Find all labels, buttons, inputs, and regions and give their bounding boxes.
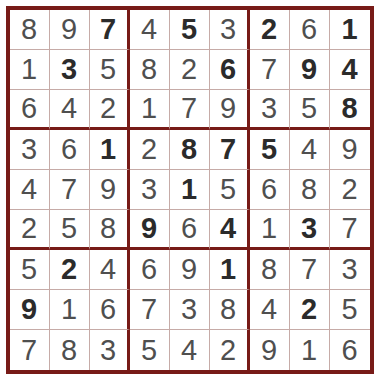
cell-r7c5[interactable]: 9: [170, 250, 210, 290]
cell-r5c4[interactable]: 3: [130, 170, 170, 210]
cell-r7c6[interactable]: 1: [210, 250, 250, 290]
cell-r4c5[interactable]: 8: [170, 130, 210, 170]
cell-r6c9[interactable]: 7: [330, 210, 370, 250]
cell-r9c7[interactable]: 9: [250, 330, 290, 370]
cell-r9c3[interactable]: 3: [90, 330, 130, 370]
cell-r1c5[interactable]: 5: [170, 10, 210, 50]
cell-r3c8[interactable]: 5: [290, 90, 330, 130]
cell-r2c8[interactable]: 9: [290, 50, 330, 90]
cell-r7c9[interactable]: 3: [330, 250, 370, 290]
cell-r1c7[interactable]: 2: [250, 10, 290, 50]
cell-r3c5[interactable]: 7: [170, 90, 210, 130]
cell-r2c9[interactable]: 4: [330, 50, 370, 90]
cell-r5c8[interactable]: 8: [290, 170, 330, 210]
cell-r8c5[interactable]: 3: [170, 290, 210, 330]
cell-r9c2[interactable]: 8: [50, 330, 90, 370]
cell-r5c9[interactable]: 2: [330, 170, 370, 210]
cell-r4c2[interactable]: 6: [50, 130, 90, 170]
cell-r4c3[interactable]: 1: [90, 130, 130, 170]
cell-r7c1[interactable]: 5: [10, 250, 50, 290]
cell-r3c9[interactable]: 8: [330, 90, 370, 130]
cell-r8c9[interactable]: 5: [330, 290, 370, 330]
cell-r3c7[interactable]: 3: [250, 90, 290, 130]
cell-r1c4[interactable]: 4: [130, 10, 170, 50]
cell-r6c1[interactable]: 2: [10, 210, 50, 250]
cell-r4c8[interactable]: 4: [290, 130, 330, 170]
cell-r5c6[interactable]: 5: [210, 170, 250, 210]
cell-r9c8[interactable]: 1: [290, 330, 330, 370]
cell-r6c5[interactable]: 6: [170, 210, 210, 250]
sudoku-board: 8974532611358267946421793583612875494793…: [6, 6, 374, 374]
cell-r7c4[interactable]: 6: [130, 250, 170, 290]
cell-r8c4[interactable]: 7: [130, 290, 170, 330]
cell-r5c1[interactable]: 4: [10, 170, 50, 210]
cell-r8c2[interactable]: 1: [50, 290, 90, 330]
cell-r2c6[interactable]: 6: [210, 50, 250, 90]
cell-r1c6[interactable]: 3: [210, 10, 250, 50]
cell-r6c4[interactable]: 9: [130, 210, 170, 250]
cell-r9c5[interactable]: 4: [170, 330, 210, 370]
cell-r9c6[interactable]: 2: [210, 330, 250, 370]
cell-r5c2[interactable]: 7: [50, 170, 90, 210]
cell-r7c7[interactable]: 8: [250, 250, 290, 290]
cell-r4c7[interactable]: 5: [250, 130, 290, 170]
cell-r1c2[interactable]: 9: [50, 10, 90, 50]
cell-r2c3[interactable]: 5: [90, 50, 130, 90]
cell-r9c9[interactable]: 6: [330, 330, 370, 370]
cell-r8c7[interactable]: 4: [250, 290, 290, 330]
cell-r2c5[interactable]: 2: [170, 50, 210, 90]
cell-r5c7[interactable]: 6: [250, 170, 290, 210]
cell-r7c3[interactable]: 4: [90, 250, 130, 290]
cell-r6c8[interactable]: 3: [290, 210, 330, 250]
cell-r2c7[interactable]: 7: [250, 50, 290, 90]
cell-r9c4[interactable]: 5: [130, 330, 170, 370]
cell-r2c2[interactable]: 3: [50, 50, 90, 90]
cell-r1c9[interactable]: 1: [330, 10, 370, 50]
cell-r6c7[interactable]: 1: [250, 210, 290, 250]
cell-r2c4[interactable]: 8: [130, 50, 170, 90]
cell-r8c8[interactable]: 2: [290, 290, 330, 330]
cell-r7c8[interactable]: 7: [290, 250, 330, 290]
cell-r3c2[interactable]: 4: [50, 90, 90, 130]
cell-r7c2[interactable]: 2: [50, 250, 90, 290]
cell-r9c1[interactable]: 7: [10, 330, 50, 370]
cell-r4c1[interactable]: 3: [10, 130, 50, 170]
cell-r3c1[interactable]: 6: [10, 90, 50, 130]
cell-r6c3[interactable]: 8: [90, 210, 130, 250]
cell-r2c1[interactable]: 1: [10, 50, 50, 90]
cell-r3c4[interactable]: 1: [130, 90, 170, 130]
cell-r8c3[interactable]: 6: [90, 290, 130, 330]
cell-r4c6[interactable]: 7: [210, 130, 250, 170]
cell-r4c4[interactable]: 2: [130, 130, 170, 170]
cell-r3c3[interactable]: 2: [90, 90, 130, 130]
cell-r6c2[interactable]: 5: [50, 210, 90, 250]
cell-r1c8[interactable]: 6: [290, 10, 330, 50]
cell-r1c3[interactable]: 7: [90, 10, 130, 50]
cell-r1c1[interactable]: 8: [10, 10, 50, 50]
cell-r6c6[interactable]: 4: [210, 210, 250, 250]
cell-r3c6[interactable]: 9: [210, 90, 250, 130]
cell-r8c6[interactable]: 8: [210, 290, 250, 330]
cell-r5c5[interactable]: 1: [170, 170, 210, 210]
cell-r8c1[interactable]: 9: [10, 290, 50, 330]
cell-r4c9[interactable]: 9: [330, 130, 370, 170]
cell-r5c3[interactable]: 9: [90, 170, 130, 210]
